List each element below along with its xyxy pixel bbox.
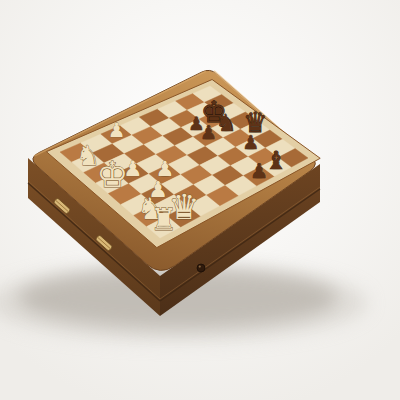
drawer-knob-highlight [199,266,201,268]
piece-black-pawn-f7[interactable]: ♟ [242,131,259,153]
piece-black-knight-d7[interactable]: ♞ [215,109,236,137]
piece-black-pawn-h6[interactable]: ♟ [250,159,268,183]
piece-white-rook-h1[interactable]: ♜ [150,202,177,237]
drawer-knob [197,264,205,272]
chess-box-product-photo: Folding wooden magnetic chess case, thre… [0,0,400,400]
piece-white-pawn-a3[interactable]: ♟ [108,119,126,142]
piece-black-bishop-h7[interactable]: ♝ [265,146,288,175]
chess-scene: ♚♟♞♛♟♟♟♞♝♟♟♟♚♟♞♛♜ [0,0,400,400]
piece-white-king-d1[interactable]: ♚ [97,154,129,195]
piece-black-pawn-d6[interactable]: ♟ [200,121,217,143]
